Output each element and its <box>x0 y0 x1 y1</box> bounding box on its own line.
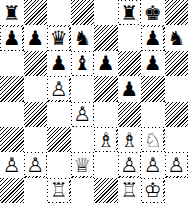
square-a2[interactable]: ♙ <box>0 152 24 177</box>
black-knight-icon[interactable]: ♞ <box>166 27 187 50</box>
square-h5[interactable] <box>165 76 189 101</box>
square-b5[interactable] <box>24 76 48 101</box>
square-h6[interactable] <box>165 51 189 76</box>
square-g5[interactable] <box>141 76 165 101</box>
black-rook-icon[interactable]: ♜ <box>119 1 140 24</box>
black-pawn-icon[interactable]: ♟ <box>142 27 163 50</box>
square-a4[interactable] <box>0 102 24 127</box>
square-f5[interactable]: ♟ <box>118 76 142 101</box>
square-g2[interactable]: ♙ <box>141 152 165 177</box>
square-b7[interactable]: ♟ <box>24 25 48 50</box>
white-rook-icon[interactable]: ♖ <box>119 179 140 202</box>
black-pawn-icon[interactable]: ♟ <box>95 52 116 75</box>
black-king-icon[interactable]: ♚ <box>142 1 163 24</box>
square-c5[interactable]: ♙ <box>47 76 71 101</box>
square-f7[interactable] <box>118 25 142 50</box>
square-e7[interactable] <box>94 25 118 50</box>
square-e2[interactable] <box>94 152 118 177</box>
square-e4[interactable] <box>94 102 118 127</box>
square-d8[interactable] <box>71 0 95 25</box>
square-f2[interactable]: ♙ <box>118 152 142 177</box>
square-g7[interactable]: ♟ <box>141 25 165 50</box>
white-bishop-icon[interactable]: ♗ <box>119 128 140 151</box>
square-f4[interactable] <box>118 102 142 127</box>
black-queen-icon[interactable]: ♛ <box>48 27 69 50</box>
white-queen-icon[interactable]: ♕ <box>72 153 93 176</box>
white-bishop-icon[interactable]: ♗ <box>95 128 116 151</box>
black-pawn-icon[interactable]: ♟ <box>142 52 163 75</box>
black-knight-icon[interactable]: ♞ <box>72 27 93 50</box>
square-d4[interactable]: ♙ <box>71 102 95 127</box>
square-d1[interactable] <box>71 178 95 203</box>
square-b1[interactable] <box>24 178 48 203</box>
square-h2[interactable]: ♙ <box>165 152 189 177</box>
square-f8[interactable]: ♜ <box>118 0 142 25</box>
square-e6[interactable]: ♟ <box>94 51 118 76</box>
square-d5[interactable] <box>71 76 95 101</box>
square-h3[interactable] <box>165 127 189 152</box>
black-bishop-icon[interactable]: ♝ <box>72 52 93 75</box>
white-pawn-icon[interactable]: ♙ <box>48 77 69 100</box>
square-f1[interactable]: ♖ <box>118 178 142 203</box>
square-f3[interactable]: ♗ <box>118 127 142 152</box>
white-pawn-icon[interactable]: ♙ <box>72 103 93 126</box>
square-b8[interactable] <box>24 0 48 25</box>
white-pawn-icon[interactable]: ♙ <box>1 153 22 176</box>
black-pawn-icon[interactable]: ♟ <box>48 52 69 75</box>
square-e5[interactable] <box>94 76 118 101</box>
square-d6[interactable]: ♝ <box>71 51 95 76</box>
square-a6[interactable] <box>0 51 24 76</box>
square-b3[interactable] <box>24 127 48 152</box>
square-c8[interactable] <box>47 0 71 25</box>
square-d7[interactable]: ♞ <box>71 25 95 50</box>
white-pawn-icon[interactable]: ♙ <box>25 153 46 176</box>
square-h8[interactable] <box>165 0 189 25</box>
square-a5[interactable] <box>0 76 24 101</box>
white-knight-icon[interactable]: ♘ <box>142 128 163 151</box>
black-pawn-icon[interactable]: ♟ <box>1 27 22 50</box>
square-e1[interactable] <box>94 178 118 203</box>
square-b6[interactable] <box>24 51 48 76</box>
black-rook-icon[interactable]: ♜ <box>1 1 22 24</box>
square-c7[interactable]: ♛ <box>47 25 71 50</box>
white-king-icon[interactable]: ♔ <box>142 179 163 202</box>
square-e3[interactable]: ♗ <box>94 127 118 152</box>
square-c3[interactable] <box>47 127 71 152</box>
square-a1[interactable] <box>0 178 24 203</box>
black-pawn-icon[interactable]: ♟ <box>25 27 46 50</box>
square-a3[interactable] <box>0 127 24 152</box>
square-f6[interactable] <box>118 51 142 76</box>
chess-board: ♜♜♚♟♟♛♞♟♞♟♝♟♟♙♟♙♗♗♘♙♙♕♙♙♙♖♖♔ <box>0 0 188 203</box>
square-a8[interactable]: ♜ <box>0 0 24 25</box>
square-e8[interactable] <box>94 0 118 25</box>
square-g8[interactable]: ♚ <box>141 0 165 25</box>
square-c2[interactable] <box>47 152 71 177</box>
square-b2[interactable]: ♙ <box>24 152 48 177</box>
square-d2[interactable]: ♕ <box>71 152 95 177</box>
square-d3[interactable] <box>71 127 95 152</box>
square-c1[interactable]: ♖ <box>47 178 71 203</box>
white-pawn-icon[interactable]: ♙ <box>166 153 187 176</box>
square-c4[interactable] <box>47 102 71 127</box>
square-h7[interactable]: ♞ <box>165 25 189 50</box>
square-h4[interactable] <box>165 102 189 127</box>
square-g6[interactable]: ♟ <box>141 51 165 76</box>
square-g4[interactable] <box>141 102 165 127</box>
white-rook-icon[interactable]: ♖ <box>48 179 69 202</box>
square-g3[interactable]: ♘ <box>141 127 165 152</box>
square-h1[interactable] <box>165 178 189 203</box>
square-c6[interactable]: ♟ <box>47 51 71 76</box>
white-pawn-icon[interactable]: ♙ <box>119 153 140 176</box>
square-b4[interactable] <box>24 102 48 127</box>
black-pawn-icon[interactable]: ♟ <box>119 77 140 100</box>
square-g1[interactable]: ♔ <box>141 178 165 203</box>
square-a7[interactable]: ♟ <box>0 25 24 50</box>
white-pawn-icon[interactable]: ♙ <box>142 153 163 176</box>
